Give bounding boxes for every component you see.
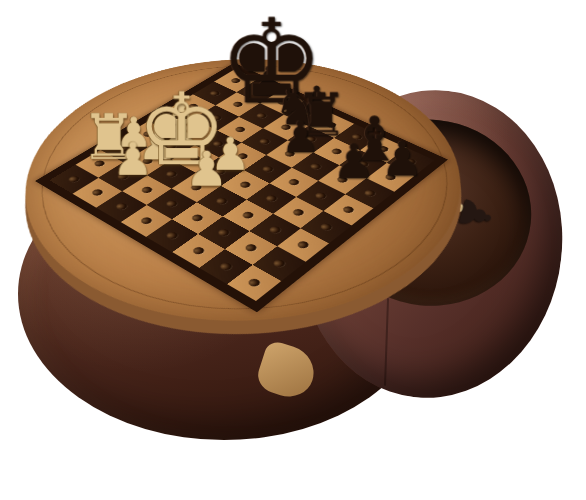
black-pawn[interactable]: ♟ (332, 137, 375, 185)
white-pawn[interactable]: ♟ (112, 136, 153, 182)
board-3d-plane: ♜♟♟♟♝♟♚♚♟♟♞♟♟♜♟♝♟ (50, 70, 434, 302)
white-pawn[interactable]: ♟ (185, 145, 228, 193)
chess-set-photo: ♟♟♟♟♟♟ ♜♟♟♟♝♟♚♚♟♟♞♟♟♜♟♝♟ (0, 0, 586, 500)
scene-3d: ♜♟♟♟♝♟♚♚♟♟♞♟♟♜♟♝♟ (0, 0, 586, 500)
board-square[interactable] (147, 189, 197, 220)
black-pawn[interactable]: ♟ (381, 135, 424, 183)
